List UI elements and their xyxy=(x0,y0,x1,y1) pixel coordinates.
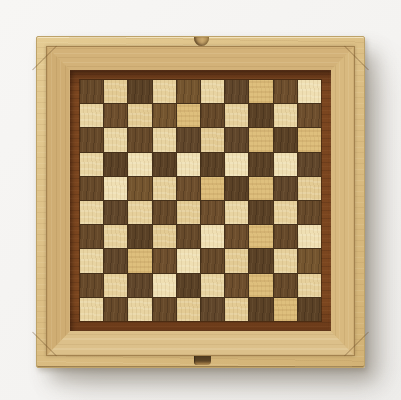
board-square xyxy=(153,225,176,248)
board-square xyxy=(298,201,321,224)
board-square xyxy=(153,298,176,321)
board-square xyxy=(274,104,297,127)
board-square xyxy=(274,177,297,200)
board-square xyxy=(225,225,248,248)
board-square xyxy=(225,249,248,272)
board-square xyxy=(225,80,248,103)
board-border xyxy=(70,70,331,331)
board-square xyxy=(177,249,200,272)
board-square xyxy=(201,177,224,200)
board-square xyxy=(153,274,176,297)
board-square xyxy=(80,298,103,321)
board-square xyxy=(153,80,176,103)
board-square xyxy=(249,249,272,272)
board-square xyxy=(225,298,248,321)
lid-frame xyxy=(46,46,355,356)
board-square xyxy=(249,274,272,297)
board-square xyxy=(128,153,151,176)
board-square xyxy=(298,153,321,176)
board-square xyxy=(177,225,200,248)
board-square xyxy=(104,225,127,248)
board-square xyxy=(274,153,297,176)
board-square xyxy=(153,249,176,272)
board-square xyxy=(104,274,127,297)
board-square xyxy=(225,153,248,176)
board-square xyxy=(80,225,103,248)
board-square xyxy=(298,225,321,248)
board-square xyxy=(274,298,297,321)
board-square xyxy=(274,225,297,248)
board-square xyxy=(80,274,103,297)
board-square xyxy=(153,153,176,176)
board-square xyxy=(298,274,321,297)
board-square xyxy=(201,298,224,321)
photo-background xyxy=(0,0,401,400)
board-square xyxy=(201,128,224,151)
board-square xyxy=(274,201,297,224)
board-square xyxy=(80,153,103,176)
checkerboard xyxy=(80,80,321,321)
board-square xyxy=(128,80,151,103)
board-square xyxy=(153,128,176,151)
board-square xyxy=(80,80,103,103)
board-square xyxy=(128,274,151,297)
board-square xyxy=(128,177,151,200)
board-square xyxy=(201,80,224,103)
board-square xyxy=(177,177,200,200)
board-square xyxy=(104,104,127,127)
board-square xyxy=(249,225,272,248)
board-square xyxy=(298,298,321,321)
board-square xyxy=(177,274,200,297)
board-square xyxy=(128,104,151,127)
board-square xyxy=(249,298,272,321)
board-square xyxy=(153,104,176,127)
board-square xyxy=(249,128,272,151)
board-square xyxy=(153,177,176,200)
board-square xyxy=(274,80,297,103)
board-square xyxy=(177,298,200,321)
board-square xyxy=(177,80,200,103)
board-square xyxy=(274,249,297,272)
board-square xyxy=(128,225,151,248)
board-square xyxy=(225,201,248,224)
board-square xyxy=(201,274,224,297)
board-square xyxy=(104,153,127,176)
board-square xyxy=(104,298,127,321)
board-square xyxy=(249,153,272,176)
game-box xyxy=(36,36,365,368)
board-square xyxy=(177,201,200,224)
board-square xyxy=(104,128,127,151)
board-square xyxy=(104,177,127,200)
board-square xyxy=(177,104,200,127)
board-square xyxy=(249,201,272,224)
board-square xyxy=(104,201,127,224)
board-square xyxy=(249,104,272,127)
board-square xyxy=(201,201,224,224)
board-square xyxy=(80,128,103,151)
board-square xyxy=(298,104,321,127)
board-square xyxy=(249,80,272,103)
board-square xyxy=(201,249,224,272)
board-square xyxy=(177,128,200,151)
board-square xyxy=(298,128,321,151)
board-square xyxy=(104,249,127,272)
board-square xyxy=(128,249,151,272)
board-square xyxy=(201,225,224,248)
board-square xyxy=(201,104,224,127)
board-square xyxy=(298,177,321,200)
board-square xyxy=(128,201,151,224)
board-square xyxy=(128,128,151,151)
board-square xyxy=(274,128,297,151)
board-square xyxy=(225,177,248,200)
board-square xyxy=(80,201,103,224)
board-square xyxy=(201,153,224,176)
board-square xyxy=(225,128,248,151)
finger-notch-bottom xyxy=(194,356,211,365)
board-square xyxy=(249,177,272,200)
board-square xyxy=(104,80,127,103)
board-square xyxy=(153,201,176,224)
board-square xyxy=(80,177,103,200)
board-square xyxy=(298,80,321,103)
board-square xyxy=(274,274,297,297)
board-square xyxy=(80,249,103,272)
board-square xyxy=(225,104,248,127)
board-square xyxy=(298,249,321,272)
board-square xyxy=(80,104,103,127)
board-square xyxy=(225,274,248,297)
board-square xyxy=(128,298,151,321)
board-square xyxy=(177,153,200,176)
